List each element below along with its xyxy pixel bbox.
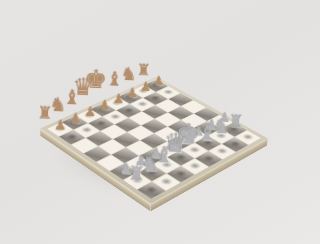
piece-wood-pawn-a7[interactable]: ♟ [53, 118, 66, 132]
piece-base-shadow [161, 88, 175, 95]
piece-wood-pawn-g7[interactable]: ♟ [139, 80, 151, 93]
piece-base-shadow [93, 119, 108, 127]
piece-base-shadow [107, 113, 122, 121]
piece-base-shadow [227, 140, 243, 149]
piece-base-shadow [214, 147, 230, 156]
piece-base-shadow [135, 100, 150, 108]
piece-wood-bishop-f8[interactable]: ♝ [105, 69, 123, 89]
piece-wood-pawn-d7[interactable]: ♟ [98, 98, 110, 111]
piece-base-shadow [143, 185, 160, 195]
piece-silver-rook-a1[interactable]: ♜ [127, 164, 145, 184]
piece-base-shadow [200, 154, 216, 163]
piece-base-shadow [64, 132, 80, 141]
piece-base-shadow [240, 133, 256, 142]
piece-wood-rook-a8[interactable]: ♜ [36, 104, 52, 122]
piece-wood-pawn-b7[interactable]: ♟ [69, 111, 81, 125]
piece-base-shadow [79, 126, 95, 135]
piece-wood-pawn-h7[interactable]: ♟ [152, 74, 164, 87]
piece-wood-rook-h8[interactable]: ♜ [135, 62, 150, 78]
piece-base-shadow [172, 169, 189, 179]
piece-base-shadow [121, 106, 136, 114]
product-photo-stage: ♜♟♟♜♞♟♟♞♝♟♟♝♚♟♟♚♛♟♟♛♝♟♟♝♞♟♟♞♜♟♟♜ [0, 0, 285, 244]
piece-base-shadow [158, 177, 175, 187]
piece-wood-pawn-c7[interactable]: ♟ [83, 105, 95, 119]
piece-wood-pawn-e7[interactable]: ♟ [112, 92, 124, 105]
piece-wood-pawn-f7[interactable]: ♟ [126, 86, 138, 99]
piece-base-shadow [148, 94, 163, 102]
piece-base-shadow [187, 161, 203, 171]
